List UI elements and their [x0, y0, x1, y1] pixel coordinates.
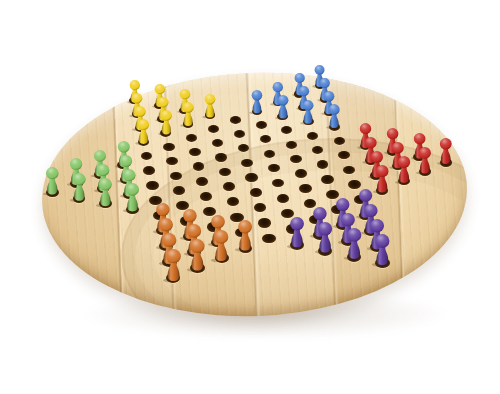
board-hole[interactable]: [196, 177, 208, 186]
board-hole[interactable]: [219, 168, 231, 177]
peg-head: [315, 65, 325, 75]
board-hole[interactable]: [215, 153, 227, 161]
peg-head: [117, 141, 129, 153]
peg-head: [277, 95, 288, 105]
peg-blue[interactable]: [276, 95, 290, 120]
peg-head: [329, 104, 340, 115]
board-hole[interactable]: [146, 181, 158, 190]
board-hole[interactable]: [317, 160, 329, 169]
board-hole[interactable]: [186, 134, 197, 142]
board-hole[interactable]: [238, 144, 250, 152]
peg-head: [336, 198, 349, 211]
peg-orange[interactable]: [164, 249, 183, 283]
peg-head: [129, 80, 139, 90]
board-hole[interactable]: [264, 150, 276, 158]
board-hole[interactable]: [299, 184, 312, 193]
peg-head: [162, 233, 176, 247]
board-hole[interactable]: [200, 192, 213, 201]
board-hole[interactable]: [230, 116, 241, 124]
peg-head: [303, 100, 314, 111]
peg-red[interactable]: [374, 165, 390, 194]
peg-head: [294, 73, 304, 83]
peg-purple[interactable]: [373, 234, 392, 267]
peg-green[interactable]: [71, 173, 88, 202]
peg-head: [252, 90, 263, 100]
peg-purple[interactable]: [288, 217, 306, 249]
board-hole[interactable]: [254, 203, 267, 212]
peg-head: [179, 89, 190, 99]
peg-head: [126, 183, 139, 196]
peg-head: [319, 78, 329, 88]
board-hole[interactable]: [260, 135, 271, 143]
peg-head: [96, 164, 108, 176]
peg-head: [73, 173, 86, 185]
peg-head: [94, 150, 106, 162]
peg-head: [313, 207, 327, 220]
peg-yellow[interactable]: [159, 110, 174, 136]
peg-head: [190, 239, 204, 253]
peg-head: [187, 224, 201, 238]
peg-orange[interactable]: [236, 220, 254, 252]
peg-head: [156, 203, 169, 216]
board-hole[interactable]: [312, 146, 324, 154]
board-hole[interactable]: [321, 175, 333, 184]
board-hole[interactable]: [286, 141, 297, 149]
peg-head: [365, 137, 377, 148]
board-hole[interactable]: [189, 148, 201, 156]
board-hole[interactable]: [227, 197, 240, 206]
peg-head: [440, 138, 452, 149]
peg-head: [273, 82, 283, 92]
peg-head: [166, 249, 181, 263]
board-hole[interactable]: [262, 234, 276, 244]
peg-head: [341, 213, 355, 226]
peg-red[interactable]: [417, 147, 433, 175]
board-hole[interactable]: [250, 188, 263, 197]
board-hole[interactable]: [173, 186, 186, 195]
peg-head: [360, 123, 371, 134]
peg-head: [370, 219, 384, 232]
holes-and-pegs-layer: [0, 0, 500, 394]
peg-red[interactable]: [438, 138, 454, 165]
board-hole[interactable]: [277, 194, 290, 203]
board-hole[interactable]: [170, 172, 182, 181]
board-hole[interactable]: [241, 159, 253, 168]
peg-head: [135, 106, 146, 117]
board-hole[interactable]: [272, 179, 284, 188]
peg-head: [290, 217, 304, 230]
peg-red[interactable]: [396, 156, 412, 184]
board-hole[interactable]: [166, 157, 178, 165]
peg-blue[interactable]: [301, 100, 315, 125]
peg-green[interactable]: [97, 178, 114, 208]
peg-yellow[interactable]: [136, 119, 151, 145]
peg-purple[interactable]: [316, 222, 334, 254]
peg-head: [183, 209, 197, 222]
peg-head: [157, 97, 168, 107]
peg-head: [413, 133, 425, 144]
board-hole[interactable]: [334, 137, 345, 145]
peg-head: [46, 167, 59, 179]
peg-head: [364, 204, 377, 217]
peg-head: [159, 218, 173, 231]
board-hole[interactable]: [256, 121, 267, 129]
peg-head: [138, 119, 149, 130]
peg-head: [392, 142, 404, 154]
peg-head: [132, 93, 143, 103]
board-hole[interactable]: [290, 155, 302, 163]
board-hole[interactable]: [245, 173, 257, 182]
board-hole[interactable]: [258, 218, 271, 228]
board-hole[interactable]: [143, 166, 155, 175]
peg-head: [211, 215, 225, 228]
peg-head: [215, 230, 229, 244]
board-hole[interactable]: [208, 125, 219, 133]
peg-head: [386, 128, 398, 139]
peg-green[interactable]: [44, 167, 61, 196]
peg-yellow[interactable]: [181, 102, 195, 127]
peg-head: [324, 91, 335, 101]
peg-head: [70, 158, 82, 170]
peg-head: [375, 234, 389, 248]
board-hole[interactable]: [268, 164, 280, 173]
peg-head: [298, 86, 309, 96]
product-photo-scene: [0, 0, 500, 394]
board-hole[interactable]: [223, 182, 235, 191]
peg-head: [182, 102, 193, 113]
peg-purple[interactable]: [345, 228, 364, 261]
peg-blue[interactable]: [250, 90, 264, 115]
board-hole[interactable]: [212, 139, 223, 147]
peg-head: [123, 169, 136, 181]
peg-head: [239, 220, 253, 233]
peg-head: [376, 165, 388, 177]
board-hole[interactable]: [338, 151, 350, 159]
peg-yellow[interactable]: [203, 94, 217, 119]
board-hole[interactable]: [343, 166, 355, 175]
peg-head: [370, 151, 382, 163]
board-hole[interactable]: [307, 132, 318, 140]
board-hole[interactable]: [193, 162, 205, 171]
peg-orange[interactable]: [212, 230, 231, 263]
board-hole[interactable]: [141, 152, 153, 160]
peg-green[interactable]: [124, 183, 141, 213]
peg-head: [205, 94, 216, 104]
board-hole[interactable]: [234, 130, 245, 138]
peg-head: [398, 156, 410, 168]
board-hole[interactable]: [281, 126, 292, 134]
peg-blue[interactable]: [327, 104, 341, 129]
peg-head: [347, 228, 361, 242]
peg-head: [359, 189, 372, 202]
peg-head: [154, 84, 164, 94]
peg-head: [99, 178, 112, 190]
peg-orange[interactable]: [188, 239, 207, 272]
peg-head: [318, 223, 332, 237]
peg-head: [120, 155, 132, 167]
board-hole[interactable]: [295, 169, 307, 178]
peg-head: [160, 110, 171, 121]
board-hole[interactable]: [163, 143, 175, 151]
peg-head: [419, 147, 431, 159]
